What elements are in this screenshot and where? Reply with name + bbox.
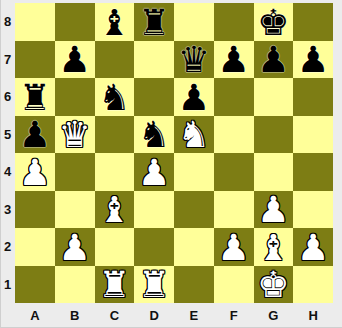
square-f5[interactable]: [214, 116, 254, 154]
square-g5[interactable]: [254, 116, 294, 154]
file-label-d: D: [134, 303, 174, 328]
square-d5[interactable]: ♞: [134, 116, 174, 154]
square-a7[interactable]: [15, 41, 55, 79]
file-label-c: C: [95, 303, 135, 328]
square-e6[interactable]: ♟: [174, 78, 214, 116]
square-h1[interactable]: [293, 266, 333, 304]
white-rook-d1[interactable]: ♜: [138, 267, 170, 303]
file-labels: ABCDEFGH: [15, 303, 333, 328]
white-knight-e5[interactable]: ♞: [178, 117, 210, 153]
square-e8[interactable]: [174, 3, 214, 41]
square-g6[interactable]: [254, 78, 294, 116]
square-a4[interactable]: ♟: [15, 153, 55, 191]
square-e3[interactable]: [174, 191, 214, 229]
square-d1[interactable]: ♜: [134, 266, 174, 304]
square-e1[interactable]: [174, 266, 214, 304]
square-c6[interactable]: ♞: [95, 78, 135, 116]
white-pawn-f2[interactable]: ♟: [217, 230, 249, 266]
file-label-h: H: [293, 303, 333, 328]
square-b3[interactable]: [55, 191, 95, 229]
square-f7[interactable]: ♟: [214, 41, 254, 79]
file-label-e: E: [174, 303, 214, 328]
square-c8[interactable]: ♝: [95, 3, 135, 41]
square-h3[interactable]: [293, 191, 333, 229]
black-king-g8[interactable]: ♚: [257, 5, 289, 41]
square-c1[interactable]: ♜: [95, 266, 135, 304]
square-d3[interactable]: [134, 191, 174, 229]
black-bishop-c8[interactable]: ♝: [98, 5, 130, 41]
square-c7[interactable]: [95, 41, 135, 79]
white-pawn-g3[interactable]: ♟: [257, 192, 289, 228]
black-queen-e7[interactable]: ♛: [178, 42, 210, 78]
square-c2[interactable]: [95, 228, 135, 266]
square-h6[interactable]: [293, 78, 333, 116]
square-e5[interactable]: ♞: [174, 116, 214, 154]
square-b6[interactable]: [55, 78, 95, 116]
rank-label-1: 1: [0, 266, 15, 304]
square-b8[interactable]: [55, 3, 95, 41]
black-pawn-g7[interactable]: ♟: [257, 42, 289, 78]
white-pawn-a4[interactable]: ♟: [19, 155, 51, 191]
rank-label-2: 2: [0, 228, 15, 266]
black-knight-d5[interactable]: ♞: [138, 117, 170, 153]
chess-diagram: 87654321 ♝♜♚♟♛♟♟♟♜♞♟♟♛♞♞♟♟♝♟♟♟♝♟♜♜♚ ABCD…: [0, 0, 342, 328]
square-b7[interactable]: ♟: [55, 41, 95, 79]
square-d4[interactable]: ♟: [134, 153, 174, 191]
white-pawn-h2[interactable]: ♟: [297, 230, 329, 266]
black-pawn-b7[interactable]: ♟: [58, 42, 90, 78]
square-d6[interactable]: [134, 78, 174, 116]
square-g8[interactable]: ♚: [254, 3, 294, 41]
black-knight-c6[interactable]: ♞: [98, 80, 130, 116]
rank-label-5: 5: [0, 116, 15, 154]
black-rook-a6[interactable]: ♜: [19, 80, 51, 116]
white-pawn-b2[interactable]: ♟: [58, 230, 90, 266]
rank-label-6: 6: [0, 78, 15, 116]
square-a6[interactable]: ♜: [15, 78, 55, 116]
black-pawn-h7[interactable]: ♟: [297, 42, 329, 78]
file-label-f: F: [214, 303, 254, 328]
square-a3[interactable]: [15, 191, 55, 229]
black-rook-d8[interactable]: ♜: [138, 5, 170, 41]
square-g4[interactable]: [254, 153, 294, 191]
white-bishop-c3[interactable]: ♝: [98, 192, 130, 228]
square-b4[interactable]: [55, 153, 95, 191]
square-c4[interactable]: [95, 153, 135, 191]
square-b2[interactable]: ♟: [55, 228, 95, 266]
black-pawn-f7[interactable]: ♟: [217, 42, 249, 78]
black-pawn-e6[interactable]: ♟: [178, 80, 210, 116]
square-g1[interactable]: ♚: [254, 266, 294, 304]
square-f6[interactable]: [214, 78, 254, 116]
square-f3[interactable]: [214, 191, 254, 229]
black-pawn-a5[interactable]: ♟: [19, 117, 51, 153]
square-b1[interactable]: [55, 266, 95, 304]
square-a2[interactable]: [15, 228, 55, 266]
chess-board: ♝♜♚♟♛♟♟♟♜♞♟♟♛♞♞♟♟♝♟♟♟♝♟♜♜♚: [15, 3, 333, 303]
square-d2[interactable]: [134, 228, 174, 266]
square-g3[interactable]: ♟: [254, 191, 294, 229]
square-g2[interactable]: ♝: [254, 228, 294, 266]
square-f8[interactable]: [214, 3, 254, 41]
white-pawn-d4[interactable]: ♟: [138, 155, 170, 191]
white-king-g1[interactable]: ♚: [257, 267, 289, 303]
square-e2[interactable]: [174, 228, 214, 266]
white-queen-b5[interactable]: ♛: [58, 117, 90, 153]
square-f1[interactable]: [214, 266, 254, 304]
square-e4[interactable]: [174, 153, 214, 191]
square-h7[interactable]: ♟: [293, 41, 333, 79]
square-a5[interactable]: ♟: [15, 116, 55, 154]
square-a8[interactable]: [15, 3, 55, 41]
rank-label-4: 4: [0, 153, 15, 191]
square-f2[interactable]: ♟: [214, 228, 254, 266]
square-d7[interactable]: [134, 41, 174, 79]
square-h8[interactable]: [293, 3, 333, 41]
rank-label-3: 3: [0, 191, 15, 229]
square-e7[interactable]: ♛: [174, 41, 214, 79]
square-h4[interactable]: [293, 153, 333, 191]
white-rook-c1[interactable]: ♜: [98, 267, 130, 303]
rank-label-7: 7: [0, 41, 15, 79]
square-h2[interactable]: ♟: [293, 228, 333, 266]
square-c3[interactable]: ♝: [95, 191, 135, 229]
square-g7[interactable]: ♟: [254, 41, 294, 79]
square-h5[interactable]: [293, 116, 333, 154]
white-bishop-g2[interactable]: ♝: [257, 230, 289, 266]
file-label-b: B: [55, 303, 95, 328]
file-label-g: G: [254, 303, 294, 328]
file-label-a: A: [15, 303, 55, 328]
rank-labels: 87654321: [0, 3, 15, 303]
square-b5[interactable]: ♛: [55, 116, 95, 154]
rank-label-8: 8: [0, 3, 15, 41]
square-f4[interactable]: [214, 153, 254, 191]
square-c5[interactable]: [95, 116, 135, 154]
square-a1[interactable]: [15, 266, 55, 304]
square-d8[interactable]: ♜: [134, 3, 174, 41]
